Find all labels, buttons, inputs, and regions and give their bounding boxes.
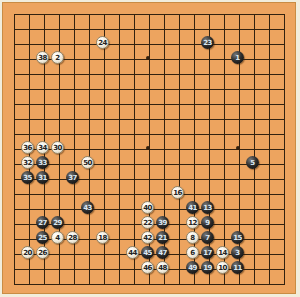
black-stone-31: 31 [36, 171, 49, 184]
black-stone-49: 49 [186, 261, 199, 274]
black-stone-45: 45 [141, 246, 154, 259]
white-stone-48: 48 [156, 261, 169, 274]
white-stone-38: 38 [36, 51, 49, 64]
white-stone-44: 44 [126, 246, 139, 259]
white-stone-24: 24 [96, 36, 109, 49]
black-stone-25: 25 [36, 231, 49, 244]
white-stone-42: 42 [141, 231, 154, 244]
white-stone-8: 8 [186, 231, 199, 244]
black-stone-19: 19 [201, 261, 214, 274]
white-stone-34: 34 [36, 141, 49, 154]
white-stone-22: 22 [141, 216, 154, 229]
white-stone-26: 26 [36, 246, 49, 259]
black-stone-35: 35 [21, 171, 34, 184]
white-stone-6: 6 [186, 246, 199, 259]
black-stone-37: 37 [66, 171, 79, 184]
white-stone-4: 4 [51, 231, 64, 244]
white-stone-30: 30 [51, 141, 64, 154]
black-stone-13: 13 [201, 201, 214, 214]
black-stone-27: 27 [36, 216, 49, 229]
black-stone-21: 21 [156, 231, 169, 244]
black-stone-43: 43 [81, 201, 94, 214]
black-stone-3: 3 [231, 246, 244, 259]
white-stone-18: 18 [96, 231, 109, 244]
white-stone-50: 50 [81, 156, 94, 169]
star-point [146, 56, 150, 60]
black-stone-29: 29 [51, 216, 64, 229]
black-stone-11: 11 [231, 261, 244, 274]
white-stone-10: 10 [216, 261, 229, 274]
black-stone-33: 33 [36, 156, 49, 169]
black-stone-39: 39 [156, 216, 169, 229]
diagram-frame: 1234567891011121314151617181920212223242… [0, 0, 300, 297]
white-stone-28: 28 [66, 231, 79, 244]
black-stone-7: 7 [201, 231, 214, 244]
white-stone-16: 16 [171, 186, 184, 199]
black-stone-17: 17 [201, 246, 214, 259]
white-stone-32: 32 [21, 156, 34, 169]
black-stone-1: 1 [231, 51, 244, 64]
white-stone-12: 12 [186, 216, 199, 229]
white-stone-36: 36 [21, 141, 34, 154]
go-board[interactable]: 1234567891011121314151617181920212223242… [2, 2, 296, 294]
black-stone-23: 23 [201, 36, 214, 49]
white-stone-40: 40 [141, 201, 154, 214]
black-stone-47: 47 [156, 246, 169, 259]
white-stone-20: 20 [21, 246, 34, 259]
white-stone-46: 46 [141, 261, 154, 274]
white-stone-2: 2 [51, 51, 64, 64]
black-stone-5: 5 [246, 156, 259, 169]
black-stone-9: 9 [201, 216, 214, 229]
black-stone-41: 41 [186, 201, 199, 214]
white-stone-14: 14 [216, 246, 229, 259]
star-point [236, 146, 240, 150]
star-point [146, 146, 150, 150]
black-stone-15: 15 [231, 231, 244, 244]
